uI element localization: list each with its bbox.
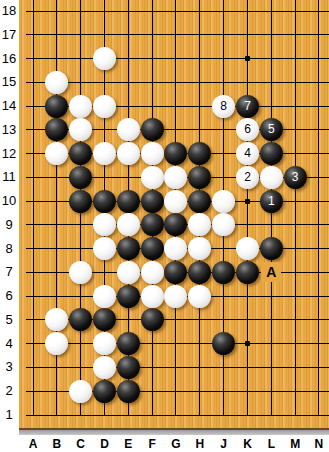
white-stone-J14[interactable]: 8 xyxy=(212,95,235,118)
black-stone-L13[interactable]: 5 xyxy=(260,118,283,141)
black-stone-E3[interactable] xyxy=(117,356,140,379)
row-label-16: 16 xyxy=(0,52,18,66)
grid-vline-N xyxy=(318,0,319,416)
black-stone-F13[interactable] xyxy=(141,118,164,141)
white-stone-D8[interactable] xyxy=(93,237,116,260)
black-stone-C11[interactable] xyxy=(69,166,92,189)
white-stone-D14[interactable] xyxy=(93,95,116,118)
row-label-5: 5 xyxy=(0,313,18,327)
row-label-6: 6 xyxy=(0,289,18,303)
black-stone-D10[interactable] xyxy=(93,190,116,213)
annotation-A: A xyxy=(261,262,281,282)
white-stone-F11[interactable] xyxy=(141,166,164,189)
black-stone-K7[interactable] xyxy=(236,261,259,284)
col-label-D: D xyxy=(96,437,112,452)
row-label-12: 12 xyxy=(0,147,18,161)
col-label-L: L xyxy=(263,437,279,452)
black-stone-J7[interactable] xyxy=(212,261,235,284)
grid-vline-A xyxy=(33,0,34,416)
hoshi-K10 xyxy=(245,199,250,204)
white-stone-C7[interactable] xyxy=(69,261,92,284)
white-stone-B15[interactable] xyxy=(45,71,68,94)
white-stone-C2[interactable] xyxy=(69,380,92,403)
black-stone-B14[interactable] xyxy=(45,95,68,118)
col-label-K: K xyxy=(239,437,255,452)
black-stone-F10[interactable] xyxy=(141,190,164,213)
black-stone-L10[interactable]: 1 xyxy=(260,190,283,213)
white-stone-F7[interactable] xyxy=(141,261,164,284)
white-stone-C14[interactable] xyxy=(69,95,92,118)
black-stone-E8[interactable] xyxy=(117,237,140,260)
black-stone-L8[interactable] xyxy=(260,237,283,260)
black-stone-E4[interactable] xyxy=(117,332,140,355)
row-label-11: 11 xyxy=(0,170,18,184)
white-stone-D16[interactable] xyxy=(93,47,116,70)
grid-hline-16 xyxy=(26,58,329,59)
row-label-10: 10 xyxy=(0,194,18,208)
black-stone-H10[interactable] xyxy=(188,190,211,213)
black-stone-D2[interactable] xyxy=(93,380,116,403)
black-stone-E6[interactable] xyxy=(117,285,140,308)
row-label-13: 13 xyxy=(0,123,18,137)
black-stone-H11[interactable] xyxy=(188,166,211,189)
grid-hline-4 xyxy=(26,343,329,344)
row-label-8: 8 xyxy=(0,242,18,256)
hoshi-K4 xyxy=(245,341,250,346)
black-stone-F9[interactable] xyxy=(141,213,164,236)
white-stone-D3[interactable] xyxy=(93,356,116,379)
row-label-2: 2 xyxy=(0,384,18,398)
row-label-18: 18 xyxy=(0,4,18,18)
white-stone-D12[interactable] xyxy=(93,142,116,165)
grid-hline-3 xyxy=(26,367,329,368)
grid-hline-18 xyxy=(26,11,329,12)
black-stone-L12[interactable] xyxy=(260,142,283,165)
col-label-B: B xyxy=(49,437,65,452)
white-stone-G6[interactable] xyxy=(164,285,187,308)
black-stone-K14[interactable]: 7 xyxy=(236,95,259,118)
row-label-1: 1 xyxy=(0,408,18,422)
black-stone-E2[interactable] xyxy=(117,380,140,403)
black-stone-M11[interactable]: 3 xyxy=(284,166,307,189)
white-stone-E13[interactable] xyxy=(117,118,140,141)
col-label-E: E xyxy=(120,437,136,452)
col-label-M: M xyxy=(287,437,303,452)
white-stone-E7[interactable] xyxy=(117,261,140,284)
row-label-15: 15 xyxy=(0,75,18,89)
white-stone-G10[interactable] xyxy=(164,190,187,213)
white-stone-F6[interactable] xyxy=(141,285,164,308)
white-stone-J10[interactable] xyxy=(212,190,235,213)
row-label-7: 7 xyxy=(0,265,18,279)
black-stone-F8[interactable] xyxy=(141,237,164,260)
black-stone-F5[interactable] xyxy=(141,308,164,331)
grid-hline-17 xyxy=(26,34,329,35)
col-label-H: H xyxy=(192,437,208,452)
hoshi-K16 xyxy=(245,56,250,61)
black-stone-E10[interactable] xyxy=(117,190,140,213)
grid-hline-1 xyxy=(26,415,329,416)
grid-vline-K xyxy=(247,0,248,416)
white-stone-K8[interactable] xyxy=(236,237,259,260)
row-label-17: 17 xyxy=(0,28,18,42)
row-label-14: 14 xyxy=(0,99,18,113)
row-label-9: 9 xyxy=(0,218,18,232)
col-label-J: J xyxy=(216,437,232,452)
col-label-F: F xyxy=(144,437,160,452)
grid-vline-M xyxy=(295,0,296,416)
black-stone-C10[interactable] xyxy=(69,190,92,213)
white-stone-L11[interactable] xyxy=(260,166,283,189)
go-diagram: 75318642 A 181716151413121110987654321 A… xyxy=(0,0,329,452)
white-stone-D6[interactable] xyxy=(93,285,116,308)
col-label-G: G xyxy=(168,437,184,452)
col-label-N: N xyxy=(311,437,327,452)
col-label-C: C xyxy=(73,437,89,452)
white-stone-E12[interactable] xyxy=(117,142,140,165)
grid-hline-15 xyxy=(26,82,329,83)
col-label-A: A xyxy=(25,437,41,452)
white-stone-F12[interactable] xyxy=(141,142,164,165)
white-stone-H6[interactable] xyxy=(188,285,211,308)
row-label-3: 3 xyxy=(0,360,18,374)
white-stone-K12[interactable]: 4 xyxy=(236,142,259,165)
white-stone-K11[interactable]: 2 xyxy=(236,166,259,189)
row-label-4: 4 xyxy=(0,337,18,351)
